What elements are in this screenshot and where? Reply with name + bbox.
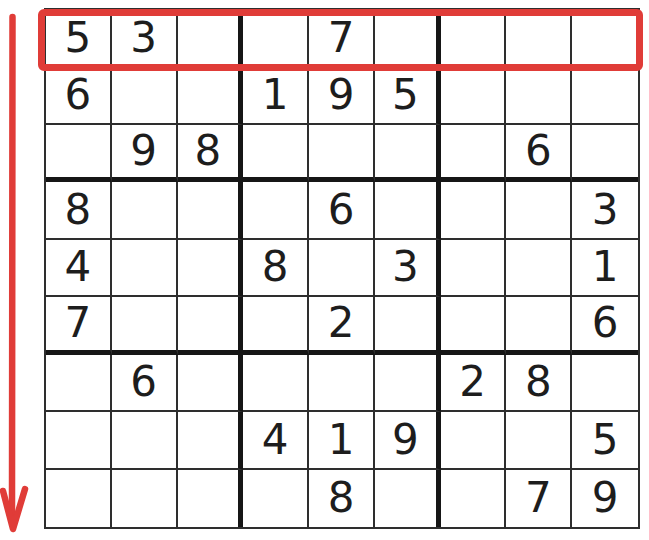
sudoku-cell-r8c2[interactable]: [112, 412, 178, 469]
sudoku-cell-r1c7[interactable]: [441, 10, 507, 67]
sudoku-cell-r7c5[interactable]: [309, 355, 375, 412]
sudoku-cell-r4c1[interactable]: 8: [46, 182, 112, 239]
sudoku-cell-r1c5[interactable]: 7: [309, 10, 375, 67]
sudoku-cell-r4c8[interactable]: [506, 182, 572, 239]
sudoku-cell-r6c8[interactable]: [506, 297, 572, 354]
sudoku-cell-r6c7[interactable]: [441, 297, 507, 354]
sudoku-cell-r2c4[interactable]: 1: [243, 67, 309, 124]
down-arrow-icon: [0, 0, 34, 540]
sudoku-cell-r9c1[interactable]: [46, 470, 112, 527]
sudoku-cell-r7c8[interactable]: 8: [506, 355, 572, 412]
sudoku-cell-r6c3[interactable]: [178, 297, 244, 354]
sudoku-cell-r4c7[interactable]: [441, 182, 507, 239]
sudoku-cell-r4c9[interactable]: 3: [572, 182, 638, 239]
sudoku-cell-r4c4[interactable]: [243, 182, 309, 239]
down-arrow-shaft: [12, 17, 13, 521]
sudoku-cell-r1c2[interactable]: 3: [112, 10, 178, 67]
sudoku-cell-r7c9[interactable]: [572, 355, 638, 412]
sudoku-cell-r7c6[interactable]: [375, 355, 441, 412]
sudoku-cell-r8c7[interactable]: [441, 412, 507, 469]
sudoku-cell-r4c6[interactable]: [375, 182, 441, 239]
sudoku-cell-r2c7[interactable]: [441, 67, 507, 124]
sudoku-cell-r7c1[interactable]: [46, 355, 112, 412]
sudoku-cell-r5c2[interactable]: [112, 240, 178, 297]
sudoku-cell-r5c3[interactable]: [178, 240, 244, 297]
sudoku-cell-r9c9[interactable]: 9: [572, 470, 638, 527]
sudoku-cell-r8c4[interactable]: 4: [243, 412, 309, 469]
sudoku-cell-r6c4[interactable]: [243, 297, 309, 354]
sudoku-cell-r8c9[interactable]: 5: [572, 412, 638, 469]
sudoku-cell-r6c2[interactable]: [112, 297, 178, 354]
sudoku-cell-r8c3[interactable]: [178, 412, 244, 469]
sudoku-cell-r9c4[interactable]: [243, 470, 309, 527]
sudoku-cell-r7c4[interactable]: [243, 355, 309, 412]
sudoku-cell-r3c6[interactable]: [375, 125, 441, 182]
sudoku-cell-r8c8[interactable]: [506, 412, 572, 469]
sudoku-cell-r2c6[interactable]: 5: [375, 67, 441, 124]
sudoku-cell-r6c1[interactable]: 7: [46, 297, 112, 354]
sudoku-cell-r1c6[interactable]: [375, 10, 441, 67]
sudoku-page: 537619598686348317266284195879: [0, 0, 649, 540]
sudoku-cell-r2c5[interactable]: 9: [309, 67, 375, 124]
sudoku-cell-r7c2[interactable]: 6: [112, 355, 178, 412]
sudoku-cell-r4c2[interactable]: [112, 182, 178, 239]
sudoku-cell-r7c7[interactable]: 2: [441, 355, 507, 412]
sudoku-cell-r9c5[interactable]: 8: [309, 470, 375, 527]
sudoku-cell-r4c5[interactable]: 6: [309, 182, 375, 239]
sudoku-cell-r1c9[interactable]: [572, 10, 638, 67]
sudoku-cell-r5c1[interactable]: 4: [46, 240, 112, 297]
sudoku-cell-r5c5[interactable]: [309, 240, 375, 297]
sudoku-cell-r3c8[interactable]: 6: [506, 125, 572, 182]
sudoku-cell-r5c6[interactable]: 3: [375, 240, 441, 297]
sudoku-cell-r1c4[interactable]: [243, 10, 309, 67]
sudoku-cell-r3c4[interactable]: [243, 125, 309, 182]
sudoku-cell-r6c9[interactable]: 6: [572, 297, 638, 354]
sudoku-cell-r5c8[interactable]: [506, 240, 572, 297]
sudoku-cell-r3c7[interactable]: [441, 125, 507, 182]
sudoku-cell-r7c3[interactable]: [178, 355, 244, 412]
sudoku-cell-r3c2[interactable]: 9: [112, 125, 178, 182]
sudoku-cell-r8c5[interactable]: 1: [309, 412, 375, 469]
sudoku-cell-r3c9[interactable]: [572, 125, 638, 182]
sudoku-cell-r8c6[interactable]: 9: [375, 412, 441, 469]
sudoku-cell-r1c1[interactable]: 5: [46, 10, 112, 67]
sudoku-cell-r5c4[interactable]: 8: [243, 240, 309, 297]
sudoku-cell-r4c3[interactable]: [178, 182, 244, 239]
sudoku-cell-r9c6[interactable]: [375, 470, 441, 527]
sudoku-cell-r9c7[interactable]: [441, 470, 507, 527]
sudoku-cell-r3c3[interactable]: 8: [178, 125, 244, 182]
sudoku-cell-r8c1[interactable]: [46, 412, 112, 469]
sudoku-board: 537619598686348317266284195879: [44, 8, 640, 529]
sudoku-cell-r1c8[interactable]: [506, 10, 572, 67]
sudoku-cell-r2c3[interactable]: [178, 67, 244, 124]
sudoku-cell-r9c2[interactable]: [112, 470, 178, 527]
sudoku-cell-r1c3[interactable]: [178, 10, 244, 67]
sudoku-cell-r2c9[interactable]: [572, 67, 638, 124]
sudoku-cell-r9c8[interactable]: 7: [506, 470, 572, 527]
sudoku-cell-r2c2[interactable]: [112, 67, 178, 124]
sudoku-cell-r2c1[interactable]: 6: [46, 67, 112, 124]
down-arrow-head: [3, 489, 25, 529]
sudoku-cell-r6c5[interactable]: 2: [309, 297, 375, 354]
sudoku-cell-r5c9[interactable]: 1: [572, 240, 638, 297]
sudoku-cell-r3c1[interactable]: [46, 125, 112, 182]
sudoku-cell-r3c5[interactable]: [309, 125, 375, 182]
sudoku-cell-r5c7[interactable]: [441, 240, 507, 297]
sudoku-cell-r6c6[interactable]: [375, 297, 441, 354]
sudoku-cell-r2c8[interactable]: [506, 67, 572, 124]
sudoku-cell-r9c3[interactable]: [178, 470, 244, 527]
